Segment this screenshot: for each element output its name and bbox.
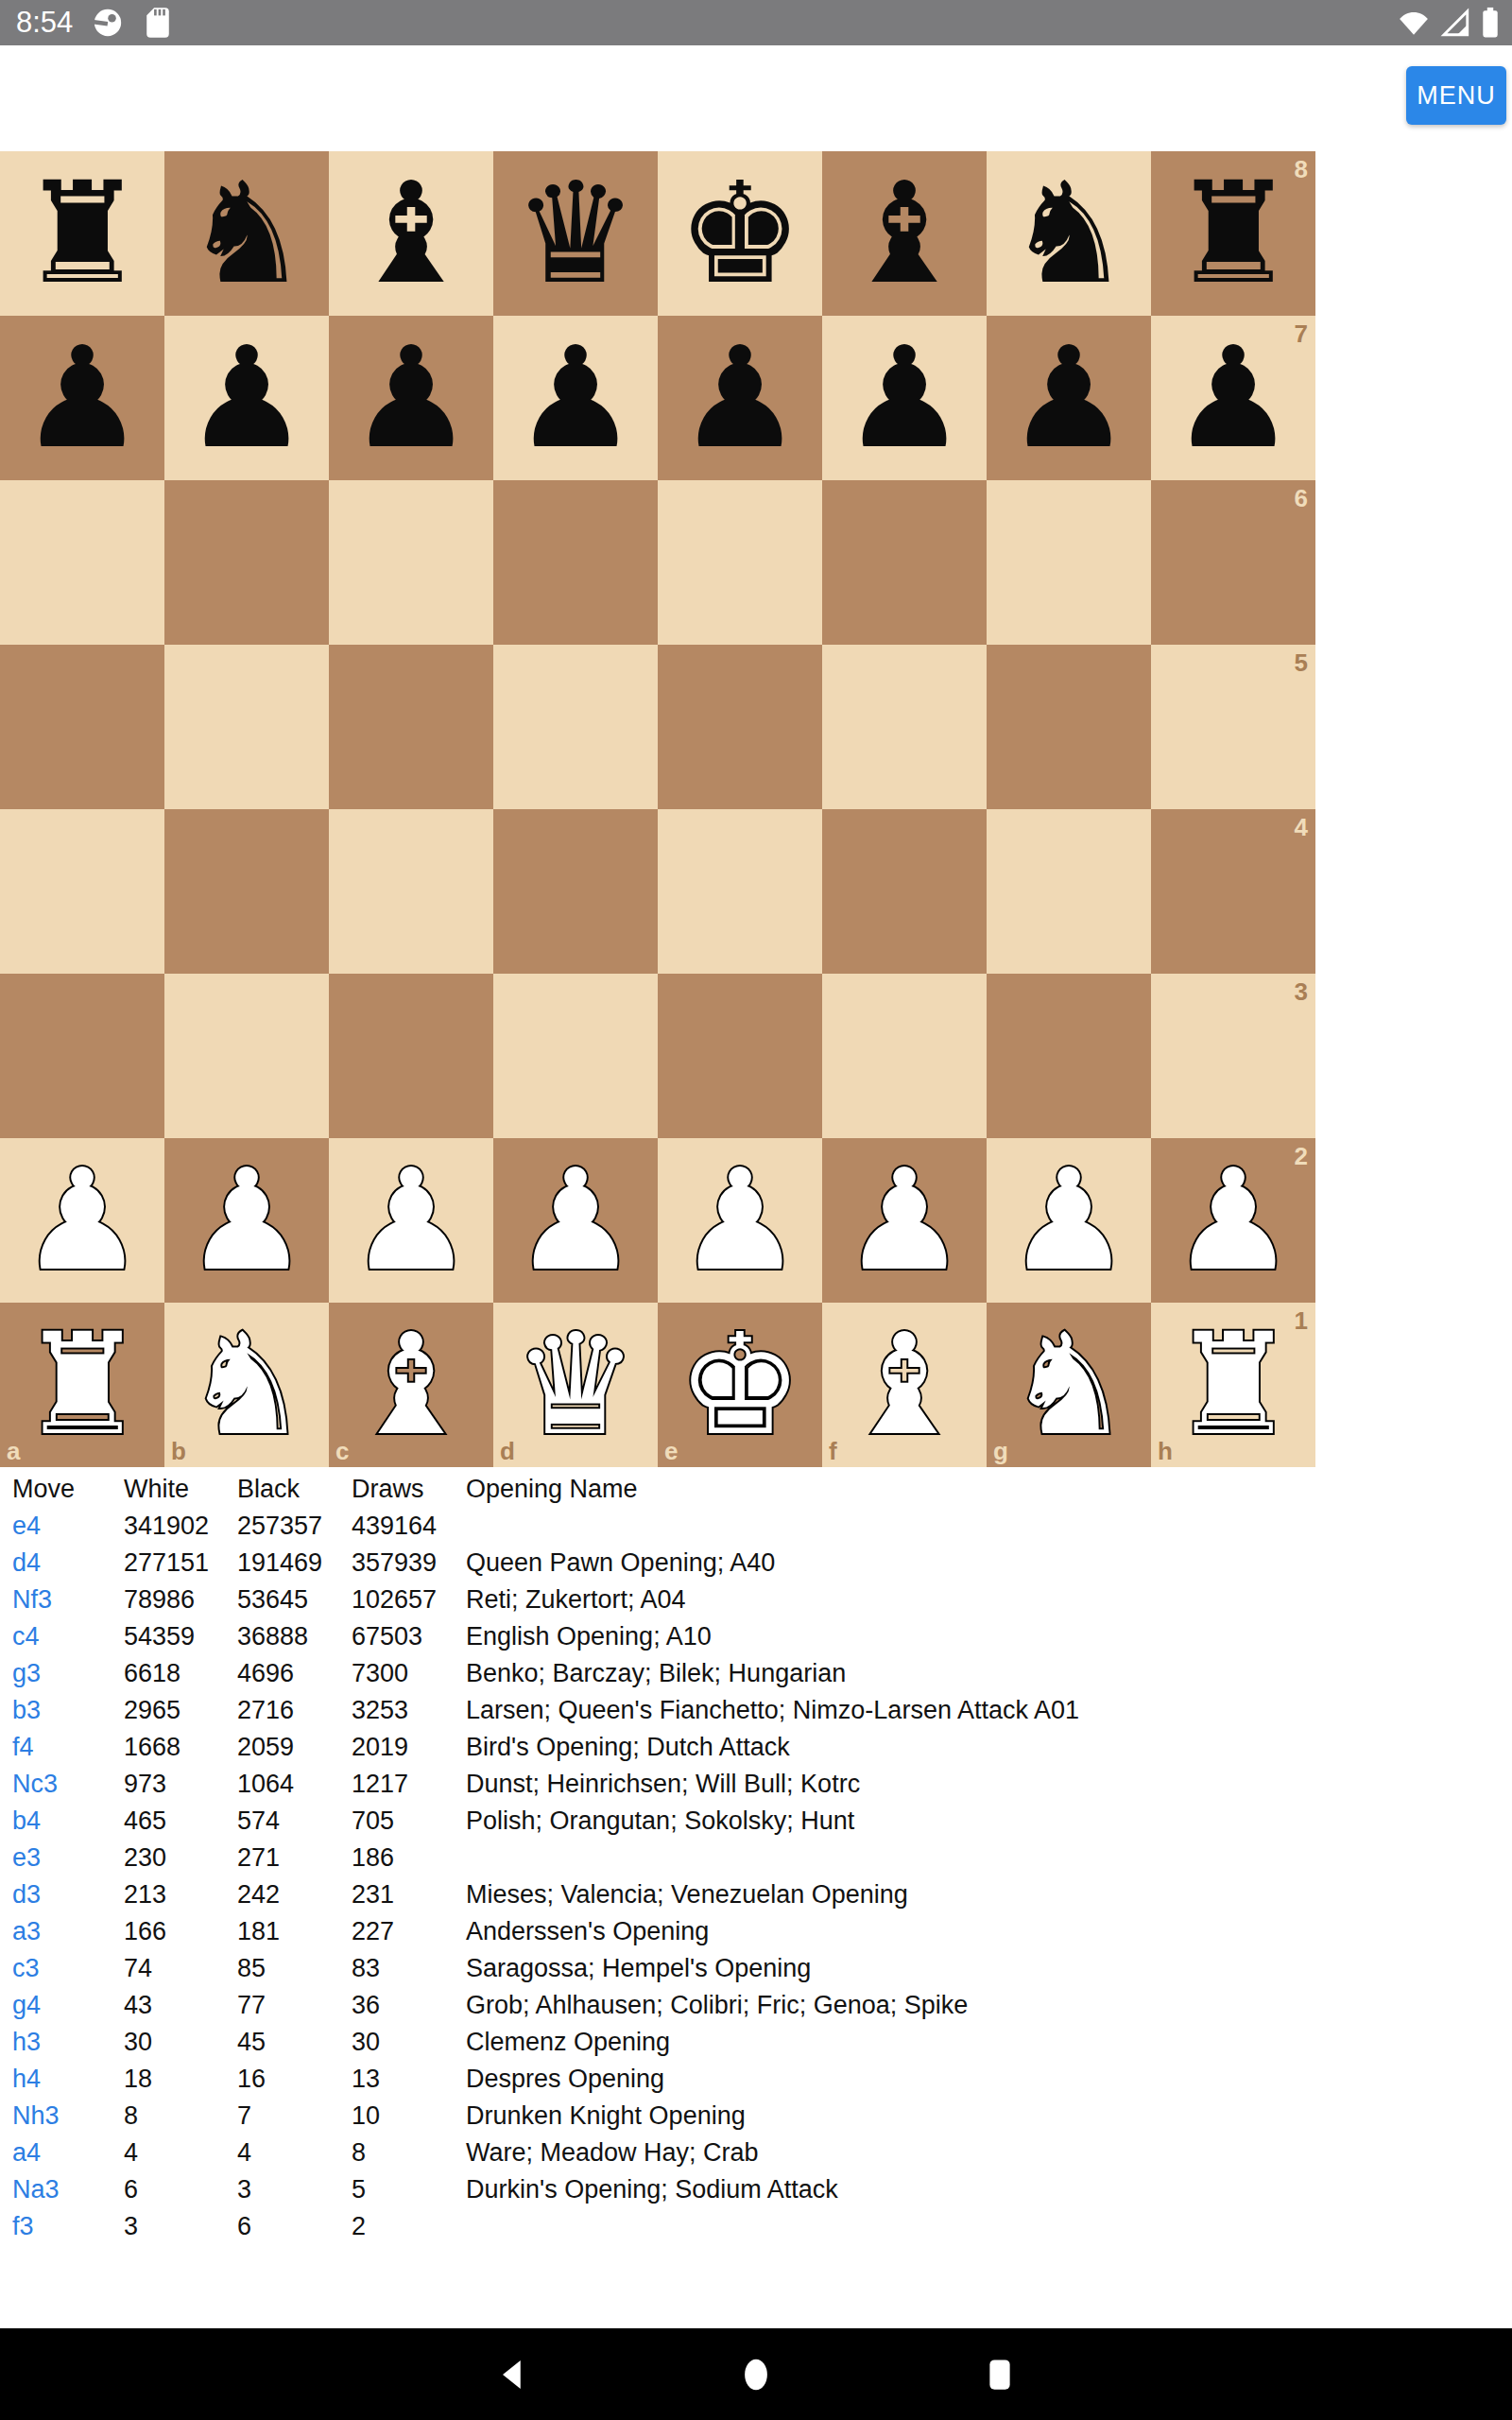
black-pawn: ♟ (0, 316, 164, 480)
black-rook: ♜ (1151, 151, 1315, 316)
square-c5[interactable] (329, 645, 493, 809)
white-knight: ♞ (987, 1303, 1151, 1467)
white-wins-count: 8 (124, 2098, 237, 2135)
opening-name: Dunst; Heinrichsen; Will Bull; Kotrc (466, 1766, 1500, 1803)
clock-text: 8:54 (16, 0, 73, 45)
square-a7[interactable]: ♟ (0, 316, 164, 480)
opening-name: Queen Pawn Opening; A40 (466, 1545, 1500, 1582)
black-knight: ♞ (987, 151, 1151, 316)
table-row-Na3: Na3635Durkin's Opening; Sodium Attack (12, 2171, 1500, 2208)
menu-button[interactable]: MENU (1406, 66, 1506, 125)
square-b7[interactable]: ♟ (164, 316, 329, 480)
white-wins-count: 2965 (124, 1692, 237, 1729)
move-link[interactable]: a3 (12, 1913, 124, 1950)
black-wins-count: 257357 (237, 1508, 352, 1545)
square-b1[interactable]: ♞b (164, 1303, 329, 1467)
white-pawn: ♟ (987, 1138, 1151, 1303)
white-wins-count: 213 (124, 1876, 237, 1913)
white-pawn: ♟ (658, 1138, 822, 1303)
square-c7[interactable]: ♟ (329, 316, 493, 480)
wifi-icon (1397, 7, 1431, 39)
black-wins-count: 574 (237, 1803, 352, 1840)
black-pawn: ♟ (1151, 316, 1315, 480)
file-label-b: b (171, 1439, 186, 1463)
white-pawn: ♟ (493, 1138, 658, 1303)
cell-signal-icon (1439, 7, 1471, 39)
square-h6[interactable]: 6 (1151, 480, 1315, 645)
opening-name: Larsen; Queen's Fianchetto; Nimzo-Larsen… (466, 1692, 1500, 1729)
opening-name (466, 1508, 1500, 1545)
square-d7[interactable]: ♟ (493, 316, 658, 480)
move-link[interactable]: d4 (12, 1545, 124, 1582)
square-f3[interactable] (822, 974, 987, 1138)
opening-name: English Opening; A10 (466, 1618, 1500, 1655)
opening-name (466, 2208, 1500, 2245)
draws-count: 357939 (352, 1545, 466, 1582)
white-wins-count: 166 (124, 1913, 237, 1950)
black-wins-count: 242 (237, 1876, 352, 1913)
white-bishop: ♝ (822, 1303, 987, 1467)
square-h3[interactable]: 3 (1151, 974, 1315, 1138)
square-e2[interactable]: ♟ (658, 1138, 822, 1303)
draws-count: 1217 (352, 1766, 466, 1803)
draws-count: 36 (352, 1987, 466, 2024)
square-f4[interactable] (822, 809, 987, 974)
draws-count: 2019 (352, 1729, 466, 1766)
black-bishop: ♝ (329, 151, 493, 316)
black-wins-count: 85 (237, 1950, 352, 1987)
square-a8[interactable]: ♜ (0, 151, 164, 316)
opening-name: Ware; Meadow Hay; Crab (466, 2135, 1500, 2171)
opening-name: Benko; Barczay; Bilek; Hungarian (466, 1655, 1500, 1692)
white-pawn: ♟ (822, 1138, 987, 1303)
square-b2[interactable]: ♟ (164, 1138, 329, 1303)
opening-name: Clemenz Opening (466, 2024, 1500, 2061)
square-e5[interactable] (658, 645, 822, 809)
move-link[interactable]: a4 (12, 2135, 124, 2171)
black-queen: ♛ (493, 151, 658, 316)
rank-label-6: 6 (1295, 486, 1308, 510)
table-row-d3: d3213242231Mieses; Valencia; Venezuelan … (12, 1876, 1500, 1913)
move-link[interactable]: g4 (12, 1987, 124, 2024)
square-b6[interactable] (164, 480, 329, 645)
header-black: Black (237, 1471, 352, 1508)
black-wins-count: 4 (237, 2135, 352, 2171)
square-a1[interactable]: ♜a (0, 1303, 164, 1467)
black-pawn: ♟ (822, 316, 987, 480)
black-pawn: ♟ (164, 316, 329, 480)
square-f5[interactable] (822, 645, 987, 809)
opening-name: Durkin's Opening; Sodium Attack (466, 2171, 1500, 2208)
square-e7[interactable]: ♟ (658, 316, 822, 480)
table-row-Nh3: Nh38710Drunken Knight Opening (12, 2098, 1500, 2135)
move-link[interactable]: d3 (12, 1876, 124, 1913)
square-h5[interactable]: 5 (1151, 645, 1315, 809)
white-wins-count: 4 (124, 2135, 237, 2171)
square-c2[interactable]: ♟ (329, 1138, 493, 1303)
black-wins-count: 16 (237, 2061, 352, 2098)
square-c3[interactable] (329, 974, 493, 1138)
square-h1[interactable]: ♜1h (1151, 1303, 1315, 1467)
status-bar: 8:54 (0, 0, 1512, 45)
black-wins-count: 3 (237, 2171, 352, 2208)
white-knight: ♞ (164, 1303, 329, 1467)
rank-label-8: 8 (1295, 157, 1308, 181)
white-pawn: ♟ (164, 1138, 329, 1303)
table-row-c4: c4543593688867503English Opening; A10 (12, 1618, 1500, 1655)
draws-count: 8 (352, 2135, 466, 2171)
move-link[interactable]: f3 (12, 2208, 124, 2245)
openings-table: Move White Black Draws Opening Name e434… (12, 1471, 1500, 2245)
file-label-c: c (335, 1439, 349, 1463)
opening-name (466, 1840, 1500, 1876)
white-wins-count: 18 (124, 2061, 237, 2098)
file-label-d: d (500, 1439, 515, 1463)
move-link[interactable]: c3 (12, 1950, 124, 1987)
black-pawn: ♟ (658, 316, 822, 480)
openings-rows: e4341902257357439164d4277151191469357939… (12, 1508, 1500, 2245)
square-g2[interactable]: ♟ (987, 1138, 1151, 1303)
move-link[interactable]: c4 (12, 1618, 124, 1655)
square-h2[interactable]: ♟2 (1151, 1138, 1315, 1303)
square-f2[interactable]: ♟ (822, 1138, 987, 1303)
black-wins-count: 181 (237, 1913, 352, 1950)
opening-name: Mieses; Valencia; Venezuelan Opening (466, 1876, 1500, 1913)
black-wins-count: 36888 (237, 1618, 352, 1655)
white-wins-count: 78986 (124, 1582, 237, 1618)
square-c6[interactable] (329, 480, 493, 645)
black-wins-count: 1064 (237, 1766, 352, 1803)
opening-name: Polish; Orangutan; Sokolsky; Hunt (466, 1803, 1500, 1840)
rank-label-1: 1 (1295, 1308, 1308, 1333)
black-king: ♚ (658, 151, 822, 316)
black-wins-count: 45 (237, 2024, 352, 2061)
square-f8[interactable]: ♝ (822, 151, 987, 316)
square-g4[interactable] (987, 809, 1151, 974)
opening-name: Grob; Ahlhausen; Colibri; Fric; Genoa; S… (466, 1987, 1500, 2024)
square-e4[interactable] (658, 809, 822, 974)
square-a3[interactable] (0, 974, 164, 1138)
square-d2[interactable]: ♟ (493, 1138, 658, 1303)
openings-table-wrap: Move White Black Draws Opening Name e434… (0, 1471, 1512, 2245)
header-white: White (124, 1471, 237, 1508)
white-wins-count: 6 (124, 2171, 237, 2208)
square-g7[interactable]: ♟ (987, 316, 1151, 480)
move-link[interactable]: h3 (12, 2024, 124, 2061)
square-a5[interactable] (0, 645, 164, 809)
square-b3[interactable] (164, 974, 329, 1138)
black-wins-count: 2059 (237, 1729, 352, 1766)
draws-count: 30 (352, 2024, 466, 2061)
opening-name: Bird's Opening; Dutch Attack (466, 1729, 1500, 1766)
square-b8[interactable]: ♞ (164, 151, 329, 316)
table-row-Nf3: Nf37898653645102657Reti; Zukertort; A04 (12, 1582, 1500, 1618)
home-icon[interactable] (742, 2357, 770, 2393)
file-label-a: a (7, 1439, 20, 1463)
square-g8[interactable]: ♞ (987, 151, 1151, 316)
file-label-e: e (664, 1439, 678, 1463)
square-e1[interactable]: ♚e (658, 1303, 822, 1467)
table-row-a4: a4448Ware; Meadow Hay; Crab (12, 2135, 1500, 2171)
white-wins-count: 74 (124, 1950, 237, 1987)
square-e8[interactable]: ♚ (658, 151, 822, 316)
move-link[interactable]: Nf3 (12, 1582, 124, 1618)
move-link[interactable]: Nc3 (12, 1766, 124, 1803)
black-rook: ♜ (0, 151, 164, 316)
opening-name: Drunken Knight Opening (466, 2098, 1500, 2135)
rank-label-5: 5 (1295, 650, 1308, 675)
black-wins-count: 271 (237, 1840, 352, 1876)
move-link[interactable]: f4 (12, 1729, 124, 1766)
white-wins-count: 3 (124, 2208, 237, 2245)
white-wins-count: 1668 (124, 1729, 237, 1766)
square-c1[interactable]: ♝c (329, 1303, 493, 1467)
square-g1[interactable]: ♞g (987, 1303, 1151, 1467)
square-g5[interactable] (987, 645, 1151, 809)
back-icon[interactable] (498, 2357, 526, 2393)
draws-count: 5 (352, 2171, 466, 2208)
white-bishop: ♝ (329, 1303, 493, 1467)
white-king: ♚ (658, 1303, 822, 1467)
white-rook: ♜ (1151, 1303, 1315, 1467)
chess-board[interactable]: ♜♞♝♛♚♝♞♜8♟♟♟♟♟♟♟♟76543♟♟♟♟♟♟♟♟2♜a♞b♝c♛d♚… (0, 151, 1315, 1467)
square-f7[interactable]: ♟ (822, 316, 987, 480)
black-wins-count: 53645 (237, 1582, 352, 1618)
draws-count: 2 (352, 2208, 466, 2245)
move-link[interactable]: Nh3 (12, 2098, 124, 2135)
square-d4[interactable] (493, 809, 658, 974)
white-pawn: ♟ (0, 1138, 164, 1303)
table-row-f4: f4166820592019 Bird's Opening; Dutch Att… (12, 1729, 1500, 1766)
draws-count: 7300 (352, 1655, 466, 1692)
white-wins-count: 30 (124, 2024, 237, 2061)
draws-count: 13 (352, 2061, 466, 2098)
white-wins-count: 465 (124, 1803, 237, 1840)
draws-count: 83 (352, 1950, 466, 1987)
opening-name: Anderssen's Opening (466, 1913, 1500, 1950)
black-bishop: ♝ (822, 151, 987, 316)
square-g3[interactable] (987, 974, 1151, 1138)
white-pawn: ♟ (329, 1138, 493, 1303)
white-pawn: ♟ (1151, 1138, 1315, 1303)
table-row-h3: h3304530Clemenz Opening (12, 2024, 1500, 2061)
square-f6[interactable] (822, 480, 987, 645)
square-a4[interactable] (0, 809, 164, 974)
white-rook: ♜ (0, 1303, 164, 1467)
black-wins-count: 7 (237, 2098, 352, 2135)
white-wins-count: 43 (124, 1987, 237, 2024)
black-wins-count: 77 (237, 1987, 352, 2024)
white-wins-count: 973 (124, 1766, 237, 1803)
recents-icon[interactable] (986, 2357, 1014, 2393)
square-c4[interactable] (329, 809, 493, 974)
square-c8[interactable]: ♝ (329, 151, 493, 316)
square-h4[interactable]: 4 (1151, 809, 1315, 974)
table-header-row: Move White Black Draws Opening Name (12, 1471, 1500, 1508)
opening-name: Despres Opening (466, 2061, 1500, 2098)
table-row-g3: g3661846967300Benko; Barczay; Bilek; Hun… (12, 1655, 1500, 1692)
notification-clock-icon (92, 7, 124, 39)
table-row-f3: f3362 (12, 2208, 1500, 2245)
rank-label-4: 4 (1295, 815, 1308, 839)
square-b4[interactable] (164, 809, 329, 974)
header-opening-name: Opening Name (466, 1471, 1500, 1508)
square-d6[interactable] (493, 480, 658, 645)
black-knight: ♞ (164, 151, 329, 316)
black-pawn: ♟ (493, 316, 658, 480)
sdcard-notification-icon (143, 7, 173, 39)
square-a2[interactable]: ♟ (0, 1138, 164, 1303)
move-link[interactable]: g3 (12, 1655, 124, 1692)
draws-count: 3253 (352, 1692, 466, 1729)
draws-count: 227 (352, 1913, 466, 1950)
white-wins-count: 54359 (124, 1618, 237, 1655)
opening-name: Reti; Zukertort; A04 (466, 1582, 1500, 1618)
square-f1[interactable]: ♝f (822, 1303, 987, 1467)
table-row-Nc3: Nc397310641217Dunst; Heinrichsen; Will B… (12, 1766, 1500, 1803)
file-label-g: g (993, 1439, 1008, 1463)
move-link[interactable]: e3 (12, 1840, 124, 1876)
square-h8[interactable]: ♜8 (1151, 151, 1315, 316)
draws-count: 102657 (352, 1582, 466, 1618)
rank-label-3: 3 (1295, 979, 1308, 1004)
square-d8[interactable]: ♛ (493, 151, 658, 316)
draws-count: 67503 (352, 1618, 466, 1655)
black-pawn: ♟ (329, 316, 493, 480)
square-h7[interactable]: ♟7 (1151, 316, 1315, 480)
header-move: Move (12, 1471, 124, 1508)
rank-label-2: 2 (1295, 1144, 1308, 1168)
move-link[interactable]: h4 (12, 2061, 124, 2098)
table-row-h4: h4181613Despres Opening (12, 2061, 1500, 2098)
move-link[interactable]: Na3 (12, 2171, 124, 2208)
table-row-e3: e3230271186 (12, 1840, 1500, 1876)
table-row-b3: b3296527163253Larsen; Queen's Fianchetto… (12, 1692, 1500, 1729)
square-e6[interactable] (658, 480, 822, 645)
draws-count: 705 (352, 1803, 466, 1840)
black-wins-count: 191469 (237, 1545, 352, 1582)
black-wins-count: 4696 (237, 1655, 352, 1692)
table-row-d4: d4277151191469357939Queen Pawn Opening; … (12, 1545, 1500, 1582)
square-g6[interactable] (987, 480, 1151, 645)
opening-name: Saragossa; Hempel's Opening (466, 1950, 1500, 1987)
table-row-c3: c3748583Saragossa; Hempel's Opening (12, 1950, 1500, 1987)
rank-label-7: 7 (1295, 321, 1308, 346)
draws-count: 231 (352, 1876, 466, 1913)
square-b5[interactable] (164, 645, 329, 809)
header-draws: Draws (352, 1471, 466, 1508)
move-link[interactable]: b3 (12, 1692, 124, 1729)
app-bar: MENU (0, 45, 1512, 151)
battery-icon (1480, 6, 1501, 40)
square-e3[interactable] (658, 974, 822, 1138)
draws-count: 186 (352, 1840, 466, 1876)
black-wins-count: 2716 (237, 1692, 352, 1729)
white-queen: ♛ (493, 1303, 658, 1467)
move-link[interactable]: b4 (12, 1803, 124, 1840)
table-row-g4: g4437736Grob; Ahlhausen; Colibri; Fric; … (12, 1987, 1500, 2024)
square-d3[interactable] (493, 974, 658, 1138)
square-a6[interactable] (0, 480, 164, 645)
table-row-b4: b4465574705Polish; Orangutan; Sokolsky; … (12, 1803, 1500, 1840)
android-nav-bar (0, 2328, 1512, 2420)
white-wins-count: 341902 (124, 1508, 237, 1545)
black-wins-count: 6 (237, 2208, 352, 2245)
square-d5[interactable] (493, 645, 658, 809)
draws-count: 439164 (352, 1508, 466, 1545)
table-row-e4: e4341902257357439164 (12, 1508, 1500, 1545)
table-row-a3: a3166181227Anderssen's Opening (12, 1913, 1500, 1950)
black-pawn: ♟ (987, 316, 1151, 480)
white-wins-count: 277151 (124, 1545, 237, 1582)
draws-count: 10 (352, 2098, 466, 2135)
square-d1[interactable]: ♛d (493, 1303, 658, 1467)
white-wins-count: 6618 (124, 1655, 237, 1692)
file-label-f: f (829, 1439, 837, 1463)
move-link[interactable]: e4 (12, 1508, 124, 1545)
file-label-h: h (1158, 1439, 1173, 1463)
white-wins-count: 230 (124, 1840, 237, 1876)
